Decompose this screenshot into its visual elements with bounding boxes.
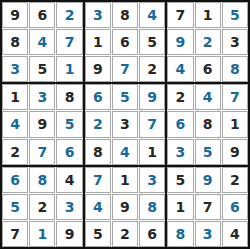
cell-r1c4[interactable]: 3 xyxy=(85,2,111,28)
cell-r9c8[interactable]: 3 xyxy=(195,221,221,247)
cell-r9c3[interactable]: 9 xyxy=(56,221,82,247)
cell-r4c4[interactable]: 6 xyxy=(85,84,111,110)
cell-r2c3[interactable]: 7 xyxy=(56,29,82,55)
cell-r9c7[interactable]: 8 xyxy=(167,221,193,247)
cell-r3c8[interactable]: 6 xyxy=(195,56,221,82)
cell-r1c2[interactable]: 6 xyxy=(29,2,55,28)
cell-r7c8[interactable]: 9 xyxy=(195,167,221,193)
cell-r4c8[interactable]: 4 xyxy=(195,84,221,110)
cell-r7c5[interactable]: 1 xyxy=(112,167,138,193)
cell-r8c6[interactable]: 8 xyxy=(139,194,165,220)
cell-r3c5[interactable]: 7 xyxy=(112,56,138,82)
cell-r7c2[interactable]: 8 xyxy=(29,167,55,193)
cell-r2c9[interactable]: 3 xyxy=(222,29,248,55)
cell-r5c5[interactable]: 3 xyxy=(112,111,138,137)
cell-r5c9[interactable]: 1 xyxy=(222,111,248,137)
cell-r1c8[interactable]: 1 xyxy=(195,2,221,28)
cell-r7c7[interactable]: 5 xyxy=(167,167,193,193)
cell-r4c6[interactable]: 9 xyxy=(139,84,165,110)
cell-r6c2[interactable]: 7 xyxy=(29,139,55,165)
cell-r2c1[interactable]: 8 xyxy=(2,29,28,55)
cell-r9c4[interactable]: 5 xyxy=(85,221,111,247)
box-1-1: 962847351 xyxy=(2,2,83,82)
cell-r7c4[interactable]: 7 xyxy=(85,167,111,193)
box-3-2: 713498526 xyxy=(85,167,166,247)
box-1-2: 384165972 xyxy=(85,2,166,82)
box-2-3: 247681359 xyxy=(167,84,248,164)
cell-r6c5[interactable]: 4 xyxy=(112,139,138,165)
box-3-1: 684523719 xyxy=(2,167,83,247)
cell-r9c1[interactable]: 7 xyxy=(2,221,28,247)
box-3-3: 592176834 xyxy=(167,167,248,247)
cell-r2c5[interactable]: 6 xyxy=(112,29,138,55)
cell-r8c7[interactable]: 1 xyxy=(167,194,193,220)
cell-r8c4[interactable]: 4 xyxy=(85,194,111,220)
cell-r3c6[interactable]: 2 xyxy=(139,56,165,82)
cell-r8c8[interactable]: 7 xyxy=(195,194,221,220)
cell-r1c9[interactable]: 5 xyxy=(222,2,248,28)
cell-r5c6[interactable]: 7 xyxy=(139,111,165,137)
cell-r4c1[interactable]: 1 xyxy=(2,84,28,110)
cell-r8c9[interactable]: 6 xyxy=(222,194,248,220)
cell-r6c4[interactable]: 8 xyxy=(85,139,111,165)
cell-r5c8[interactable]: 8 xyxy=(195,111,221,137)
cell-r7c1[interactable]: 6 xyxy=(2,167,28,193)
cell-r6c9[interactable]: 9 xyxy=(222,139,248,165)
cell-r7c3[interactable]: 4 xyxy=(56,167,82,193)
cell-r3c4[interactable]: 9 xyxy=(85,56,111,82)
cell-r5c2[interactable]: 9 xyxy=(29,111,55,137)
cell-r3c3[interactable]: 1 xyxy=(56,56,82,82)
cell-r2c8[interactable]: 2 xyxy=(195,29,221,55)
cell-r3c2[interactable]: 5 xyxy=(29,56,55,82)
cell-r8c1[interactable]: 5 xyxy=(2,194,28,220)
cell-r6c3[interactable]: 6 xyxy=(56,139,82,165)
cell-r3c1[interactable]: 3 xyxy=(2,56,28,82)
cell-r1c6[interactable]: 4 xyxy=(139,2,165,28)
cell-r9c5[interactable]: 2 xyxy=(112,221,138,247)
cell-r4c9[interactable]: 7 xyxy=(222,84,248,110)
cell-r6c6[interactable]: 1 xyxy=(139,139,165,165)
box-1-3: 715923468 xyxy=(167,2,248,82)
cell-r4c5[interactable]: 5 xyxy=(112,84,138,110)
cell-r4c7[interactable]: 2 xyxy=(167,84,193,110)
cell-r6c8[interactable]: 5 xyxy=(195,139,221,165)
sudoku-board: 9628473513841659727159234681384952766592… xyxy=(0,0,250,249)
cell-r1c3[interactable]: 2 xyxy=(56,2,82,28)
cell-r1c7[interactable]: 7 xyxy=(167,2,193,28)
cell-r9c2[interactable]: 1 xyxy=(29,221,55,247)
cell-r7c9[interactable]: 2 xyxy=(222,167,248,193)
cell-r2c7[interactable]: 9 xyxy=(167,29,193,55)
cell-r8c2[interactable]: 2 xyxy=(29,194,55,220)
cell-r5c3[interactable]: 5 xyxy=(56,111,82,137)
cell-r5c7[interactable]: 6 xyxy=(167,111,193,137)
cell-r2c2[interactable]: 4 xyxy=(29,29,55,55)
cell-r7c6[interactable]: 3 xyxy=(139,167,165,193)
cell-r5c1[interactable]: 4 xyxy=(2,111,28,137)
cell-r2c6[interactable]: 5 xyxy=(139,29,165,55)
cell-r3c9[interactable]: 8 xyxy=(222,56,248,82)
cell-r8c3[interactable]: 3 xyxy=(56,194,82,220)
box-2-1: 138495276 xyxy=(2,84,83,164)
cell-r9c9[interactable]: 4 xyxy=(222,221,248,247)
cell-r4c2[interactable]: 3 xyxy=(29,84,55,110)
cell-r6c7[interactable]: 3 xyxy=(167,139,193,165)
box-2-2: 659237841 xyxy=(85,84,166,164)
cell-r5c4[interactable]: 2 xyxy=(85,111,111,137)
cell-r9c6[interactable]: 6 xyxy=(139,221,165,247)
cell-r4c3[interactable]: 8 xyxy=(56,84,82,110)
cell-r1c1[interactable]: 9 xyxy=(2,2,28,28)
cell-r8c5[interactable]: 9 xyxy=(112,194,138,220)
cell-r3c7[interactable]: 4 xyxy=(167,56,193,82)
cell-r1c5[interactable]: 8 xyxy=(112,2,138,28)
cell-r2c4[interactable]: 1 xyxy=(85,29,111,55)
cell-r6c1[interactable]: 2 xyxy=(2,139,28,165)
